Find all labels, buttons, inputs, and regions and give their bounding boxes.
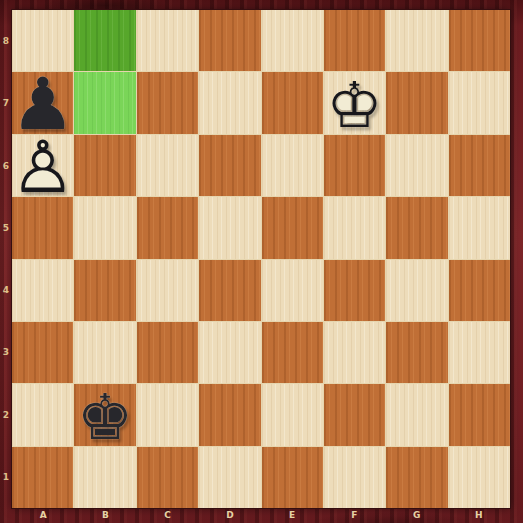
file-label-b: B (74, 507, 136, 523)
rank-label-3: 3 (0, 321, 12, 383)
rank-label-6: 6 (0, 135, 12, 197)
king-glyph: ♚ (77, 385, 133, 445)
square-g2[interactable] (386, 384, 447, 445)
rank-label-4: 4 (0, 259, 12, 321)
square-a5[interactable] (12, 197, 73, 258)
square-c1[interactable] (137, 447, 198, 508)
king-glyph-outline: ♔ (326, 73, 382, 133)
square-e4[interactable] (262, 260, 323, 321)
square-f3[interactable] (324, 322, 385, 383)
chess-board-frame: ♟♚♔♟♙♚ 87654321 ABCDEFGH (0, 0, 523, 523)
white-pawn: ♟♙ (12, 135, 73, 196)
square-b7[interactable] (74, 72, 135, 133)
square-c8[interactable] (137, 10, 198, 71)
square-b8[interactable] (74, 10, 135, 71)
pawn-glyph: ♟ (12, 72, 73, 133)
square-d7[interactable] (199, 72, 260, 133)
square-d3[interactable] (199, 322, 260, 383)
black-king: ♚ (74, 384, 135, 445)
square-a8[interactable] (12, 10, 73, 71)
square-f7[interactable]: ♚♔ (324, 72, 385, 133)
rank-label-2: 2 (0, 384, 12, 446)
file-label-c: C (137, 507, 199, 523)
square-a1[interactable] (12, 447, 73, 508)
square-h5[interactable] (449, 197, 510, 258)
square-h7[interactable] (449, 72, 510, 133)
rank-label-5: 5 (0, 197, 12, 259)
square-e5[interactable] (262, 197, 323, 258)
square-b2[interactable]: ♚ (74, 384, 135, 445)
square-e6[interactable] (262, 135, 323, 196)
square-e3[interactable] (262, 322, 323, 383)
square-h8[interactable] (449, 10, 510, 71)
square-d1[interactable] (199, 447, 260, 508)
black-pawn: ♟ (12, 72, 73, 133)
square-f8[interactable] (324, 10, 385, 71)
file-label-f: F (323, 507, 385, 523)
square-e2[interactable] (262, 384, 323, 445)
square-a3[interactable] (12, 322, 73, 383)
rank-label-7: 7 (0, 72, 12, 134)
square-h1[interactable] (449, 447, 510, 508)
file-label-h: H (448, 507, 510, 523)
square-e8[interactable] (262, 10, 323, 71)
square-c3[interactable] (137, 322, 198, 383)
square-b1[interactable] (74, 447, 135, 508)
square-g7[interactable] (386, 72, 447, 133)
square-b4[interactable] (74, 260, 135, 321)
square-h4[interactable] (449, 260, 510, 321)
file-label-d: D (199, 507, 261, 523)
square-c7[interactable] (137, 72, 198, 133)
square-g6[interactable] (386, 135, 447, 196)
square-e7[interactable] (262, 72, 323, 133)
chess-board: ♟♚♔♟♙♚ (12, 10, 510, 508)
square-g5[interactable] (386, 197, 447, 258)
square-f5[interactable] (324, 197, 385, 258)
square-e1[interactable] (262, 447, 323, 508)
square-g1[interactable] (386, 447, 447, 508)
square-c5[interactable] (137, 197, 198, 258)
square-c4[interactable] (137, 260, 198, 321)
square-d8[interactable] (199, 10, 260, 71)
square-b5[interactable] (74, 197, 135, 258)
file-label-g: G (386, 507, 448, 523)
square-a7[interactable]: ♟ (12, 72, 73, 133)
square-h3[interactable] (449, 322, 510, 383)
square-b6[interactable] (74, 135, 135, 196)
white-king: ♚♔ (324, 72, 385, 133)
square-b3[interactable] (74, 322, 135, 383)
square-f4[interactable] (324, 260, 385, 321)
square-d4[interactable] (199, 260, 260, 321)
square-a2[interactable] (12, 384, 73, 445)
square-h2[interactable] (449, 384, 510, 445)
file-label-a: A (12, 507, 74, 523)
square-f2[interactable] (324, 384, 385, 445)
square-h6[interactable] (449, 135, 510, 196)
square-a6[interactable]: ♟♙ (12, 135, 73, 196)
rank-label-8: 8 (0, 10, 12, 72)
square-f6[interactable] (324, 135, 385, 196)
square-a4[interactable] (12, 260, 73, 321)
square-c2[interactable] (137, 384, 198, 445)
square-g8[interactable] (386, 10, 447, 71)
square-g4[interactable] (386, 260, 447, 321)
square-d5[interactable] (199, 197, 260, 258)
square-f1[interactable] (324, 447, 385, 508)
pawn-glyph-outline: ♙ (12, 135, 73, 196)
square-d2[interactable] (199, 384, 260, 445)
file-label-e: E (261, 507, 323, 523)
square-g3[interactable] (386, 322, 447, 383)
square-c6[interactable] (137, 135, 198, 196)
rank-label-1: 1 (0, 446, 12, 508)
square-d6[interactable] (199, 135, 260, 196)
